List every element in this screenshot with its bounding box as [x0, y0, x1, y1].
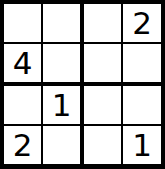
cell-r4c1[interactable]: 2: [4, 126, 41, 164]
cell-r2c2[interactable]: [43, 44, 80, 82]
cell-r3c1[interactable]: [4, 86, 41, 124]
cell-r2c4[interactable]: [123, 44, 161, 82]
cell-r1c2[interactable]: [43, 4, 80, 42]
cell-r3c3[interactable]: [84, 86, 121, 124]
cell-r4c4[interactable]: 1: [123, 126, 161, 164]
cell-r1c4[interactable]: 2: [123, 4, 161, 42]
cell-r1c1[interactable]: [4, 4, 41, 42]
cell-r4c3[interactable]: [84, 126, 121, 164]
cell-r2c1[interactable]: 4: [4, 44, 41, 82]
cell-r1c3[interactable]: [84, 4, 121, 42]
cell-r4c2[interactable]: [43, 126, 80, 164]
cell-r2c3[interactable]: [84, 44, 121, 82]
cell-r3c2[interactable]: 1: [43, 86, 80, 124]
sudoku-board: 2 4 1 2 1: [0, 0, 165, 169]
cell-r3c4[interactable]: [123, 86, 161, 124]
